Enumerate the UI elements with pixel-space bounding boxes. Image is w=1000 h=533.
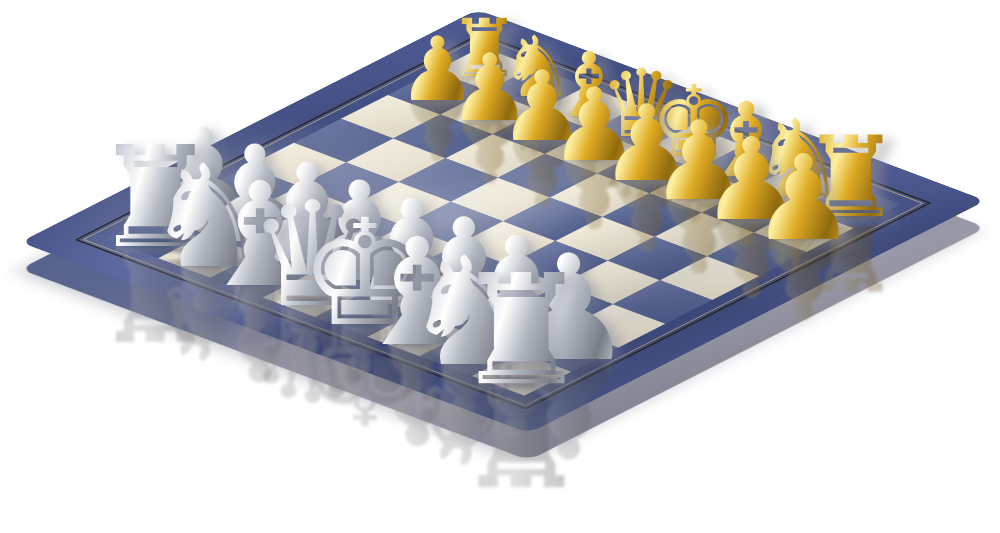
pieces-layer: ♜♜♞♞♝♝♛♛♚♚♝♝♞♞♜♜♟♟♟♟♟♟♟♟♟♟♟♟♟♟♟♟♟♟♟♟♟♟♟♟…: [0, 0, 1000, 533]
chess-set-photo: ♜♜♞♞♝♝♛♛♚♚♝♝♞♞♜♜♟♟♟♟♟♟♟♟♟♟♟♟♟♟♟♟♟♟♟♟♟♟♟♟…: [0, 0, 1000, 533]
silver-rook-h1[interactable]: ♜: [446, 255, 598, 407]
gold-pawn-h7[interactable]: ♟: [745, 140, 863, 258]
